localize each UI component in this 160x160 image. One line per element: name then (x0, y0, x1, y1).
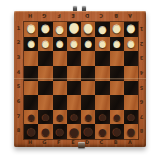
piece-white-queen[interactable]: ● (83, 22, 93, 35)
coord-label: H (23, 12, 37, 20)
coord-label: 3 (14, 50, 23, 65)
piece-black-pawn[interactable]: ● (70, 112, 77, 121)
square-h3[interactable] (24, 51, 38, 66)
piece-black-pawn[interactable]: ● (99, 112, 106, 121)
square-g1[interactable]: ● (38, 22, 52, 37)
square-a3[interactable] (124, 51, 138, 66)
square-e1[interactable]: ● (67, 22, 81, 37)
square-a7[interactable]: ● (124, 110, 138, 125)
square-b1[interactable]: ● (110, 22, 124, 37)
piece-white-king[interactable]: ● (69, 21, 79, 35)
square-g5[interactable] (38, 81, 52, 96)
square-a2[interactable]: ● (124, 37, 138, 52)
square-g3[interactable] (38, 51, 52, 66)
square-b2[interactable]: ● (110, 37, 124, 52)
square-f7[interactable]: ● (53, 110, 67, 125)
coord-label: G (37, 12, 51, 20)
piece-white-knight[interactable]: ● (112, 24, 121, 34)
square-e8[interactable]: ● (67, 124, 81, 139)
square-g6[interactable] (38, 95, 52, 110)
square-b7[interactable]: ● (110, 110, 124, 125)
square-d6[interactable] (81, 95, 95, 110)
square-d4[interactable] (81, 66, 95, 81)
square-c6[interactable] (95, 95, 109, 110)
square-a8[interactable]: ● (124, 124, 138, 139)
square-c1[interactable]: ● (95, 22, 109, 37)
square-d7[interactable]: ● (81, 110, 95, 125)
square-h6[interactable] (24, 95, 38, 110)
square-b3[interactable] (110, 51, 124, 66)
piece-white-pawn[interactable]: ● (113, 39, 120, 48)
square-h5[interactable] (24, 81, 38, 96)
square-h1[interactable]: ● (24, 22, 38, 37)
square-g8[interactable]: ● (38, 124, 52, 139)
square-d3[interactable] (81, 51, 95, 66)
piece-white-pawn[interactable]: ● (56, 39, 63, 48)
square-a4[interactable] (124, 66, 138, 81)
square-b5[interactable] (110, 81, 124, 96)
square-d5[interactable] (81, 81, 95, 96)
square-f4[interactable] (53, 66, 67, 81)
square-f8[interactable]: ● (53, 124, 67, 139)
piece-black-pawn[interactable]: ● (42, 112, 49, 121)
square-e2[interactable]: ● (67, 37, 81, 52)
square-f5[interactable] (53, 81, 67, 96)
square-c7[interactable]: ● (95, 110, 109, 125)
square-c4[interactable] (95, 66, 109, 81)
square-e4[interactable] (67, 66, 81, 81)
square-e5[interactable] (67, 81, 81, 96)
piece-white-pawn[interactable]: ● (42, 39, 49, 48)
square-e7[interactable]: ● (67, 110, 81, 125)
coord-label: 2 (14, 36, 23, 51)
piece-black-pawn[interactable]: ● (127, 112, 134, 121)
piece-white-rook[interactable]: ● (127, 24, 136, 34)
square-b6[interactable] (110, 95, 124, 110)
piece-black-knight[interactable]: ● (41, 126, 50, 136)
coord-label: 8 (14, 123, 23, 138)
piece-white-pawn[interactable]: ● (99, 39, 106, 48)
coord-label: E (66, 12, 80, 20)
coord-label: 6 (14, 94, 23, 109)
piece-white-rook[interactable]: ● (27, 24, 36, 34)
square-d1[interactable]: ● (81, 22, 95, 37)
square-f3[interactable] (53, 51, 67, 66)
square-d8[interactable]: ● (81, 124, 95, 139)
piece-white-bishop[interactable]: ● (55, 24, 63, 34)
square-g7[interactable]: ● (38, 110, 52, 125)
coord-label: A (123, 12, 137, 20)
square-b4[interactable] (110, 66, 124, 81)
rank-labels-left: 12345678 (14, 21, 23, 138)
square-h7[interactable]: ● (24, 110, 38, 125)
square-f6[interactable] (53, 95, 67, 110)
piece-white-pawn[interactable]: ● (70, 39, 77, 48)
board-grid: ●●●●●●●●●●●●●●●●●●●●●●●●●●●●●●●● (23, 21, 139, 140)
square-a1[interactable]: ● (124, 22, 138, 37)
piece-black-knight[interactable]: ● (112, 126, 121, 136)
piece-white-pawn[interactable]: ● (27, 39, 34, 48)
file-labels-top: HGFEDCBA (23, 12, 137, 20)
square-g4[interactable] (38, 66, 52, 81)
chess-board: ●●●●●●●●●●●●●●●●●●●●●●●●●●●●●●●● HGFEDCB… (14, 11, 146, 147)
piece-black-queen[interactable]: ● (83, 126, 93, 137)
coord-label: 5 (14, 80, 23, 95)
piece-white-pawn[interactable]: ● (84, 39, 91, 48)
piece-black-rook[interactable]: ● (27, 126, 36, 136)
piece-black-pawn[interactable]: ● (27, 112, 34, 121)
piece-black-bishop[interactable]: ● (98, 126, 106, 136)
square-d2[interactable]: ● (81, 37, 95, 52)
square-h2[interactable]: ● (24, 37, 38, 52)
square-e3[interactable] (67, 51, 81, 66)
square-e6[interactable] (67, 95, 81, 110)
piece-white-knight[interactable]: ● (41, 24, 50, 34)
square-f1[interactable]: ● (53, 22, 67, 37)
piece-black-king[interactable]: ● (69, 125, 79, 137)
chess-set-photo: ●●●●●●●●●●●●●●●●●●●●●●●●●●●●●●●● HGFEDCB… (0, 0, 160, 160)
piece-black-pawn[interactable]: ● (56, 112, 63, 121)
square-c2[interactable]: ● (95, 37, 109, 52)
coord-label: 4 (14, 65, 23, 80)
square-c3[interactable] (95, 51, 109, 66)
piece-black-bishop[interactable]: ● (55, 126, 63, 136)
piece-black-pawn[interactable]: ● (113, 112, 120, 121)
piece-white-pawn[interactable]: ● (127, 39, 134, 48)
square-h4[interactable] (24, 66, 38, 81)
piece-white-bishop[interactable]: ● (98, 24, 106, 34)
coord-label: F (52, 12, 66, 20)
coord-label: B (109, 12, 123, 20)
coord-label: 1 (14, 21, 23, 36)
piece-black-pawn[interactable]: ● (84, 112, 91, 121)
square-f2[interactable]: ● (53, 37, 67, 52)
square-h8[interactable]: ● (24, 124, 38, 139)
coord-label: 7 (14, 109, 23, 124)
square-a5[interactable] (124, 81, 138, 96)
clasp-icon (78, 142, 85, 148)
coord-label: D (80, 12, 94, 20)
square-b8[interactable]: ● (110, 124, 124, 139)
square-c5[interactable] (95, 81, 109, 96)
square-a6[interactable] (124, 95, 138, 110)
square-c8[interactable]: ● (95, 124, 109, 139)
piece-black-rook[interactable]: ● (127, 126, 136, 136)
coord-label: C (94, 12, 108, 20)
square-g2[interactable]: ● (38, 37, 52, 52)
